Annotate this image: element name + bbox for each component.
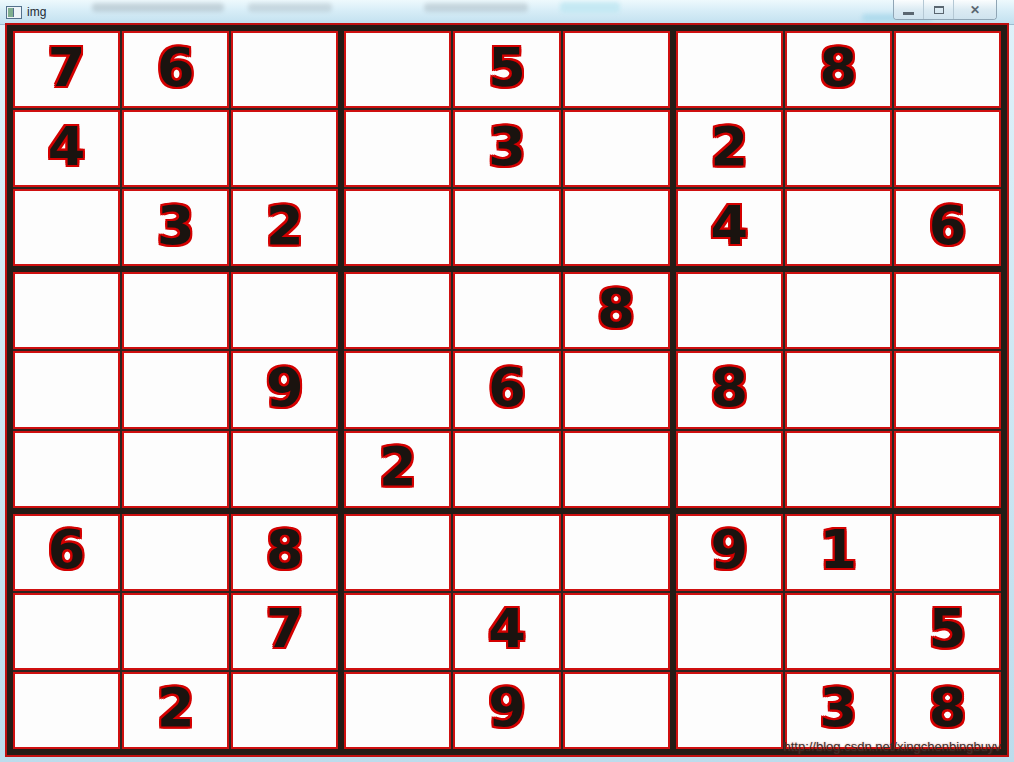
cell-r3c7: 4 <box>676 189 783 266</box>
cell-r4c5 <box>453 272 560 349</box>
background-blur-artifact <box>424 3 528 12</box>
cell-r8c7 <box>676 593 783 670</box>
maximize-icon <box>934 6 944 14</box>
image-viewport: 764325382469862868724991538 http://blog.… <box>7 25 1007 755</box>
cell-r7c5 <box>453 514 560 591</box>
cell-r2c2 <box>122 110 229 187</box>
cell-r5c4 <box>344 351 451 428</box>
cell-r4c4 <box>344 272 451 349</box>
cell-r6c9 <box>894 431 1001 508</box>
sudoku-box-4: 9 <box>13 272 338 507</box>
cell-r6c8 <box>785 431 892 508</box>
cell-r9c8: 3 <box>785 672 892 749</box>
cell-r2c9 <box>894 110 1001 187</box>
cell-r6c1 <box>13 431 120 508</box>
maximize-button[interactable] <box>924 0 954 19</box>
cell-r9c1 <box>13 672 120 749</box>
sudoku-box-2: 53 <box>344 31 669 266</box>
cell-r6c6 <box>563 431 670 508</box>
cell-r1c9 <box>894 31 1001 108</box>
cell-r6c7 <box>676 431 783 508</box>
cell-r5c1 <box>13 351 120 428</box>
cell-r3c1 <box>13 189 120 266</box>
cell-r2c1: 4 <box>13 110 120 187</box>
minimize-button[interactable] <box>894 0 924 19</box>
cell-r3c2: 3 <box>122 189 229 266</box>
cell-r9c6 <box>563 672 670 749</box>
cell-r7c4 <box>344 514 451 591</box>
cell-r6c3 <box>231 431 338 508</box>
cell-r2c8 <box>785 110 892 187</box>
cell-r5c9 <box>894 351 1001 428</box>
cell-r3c3: 2 <box>231 189 338 266</box>
sudoku-box-5: 862 <box>344 272 669 507</box>
background-blur-artifact <box>248 3 332 12</box>
cell-r7c7: 9 <box>676 514 783 591</box>
cell-r5c5: 6 <box>453 351 560 428</box>
background-blur-artifact <box>92 3 224 12</box>
sudoku-board: 764325382469862868724991538 <box>7 25 1007 755</box>
cell-r5c6 <box>563 351 670 428</box>
cell-r9c4 <box>344 672 451 749</box>
cell-r4c8 <box>785 272 892 349</box>
cell-r4c7 <box>676 272 783 349</box>
cell-r6c2 <box>122 431 229 508</box>
cell-r7c6 <box>563 514 670 591</box>
window-title: img <box>27 0 46 25</box>
minimize-icon <box>903 12 914 15</box>
cell-r3c5 <box>453 189 560 266</box>
cell-r7c3: 8 <box>231 514 338 591</box>
background-blur-artifact <box>560 2 620 13</box>
cell-r8c1 <box>13 593 120 670</box>
cell-r5c8 <box>785 351 892 428</box>
cell-r2c7: 2 <box>676 110 783 187</box>
cell-r7c2 <box>122 514 229 591</box>
cell-r1c4 <box>344 31 451 108</box>
cell-r4c2 <box>122 272 229 349</box>
cell-r9c7 <box>676 672 783 749</box>
cell-r8c5: 4 <box>453 593 560 670</box>
titlebar[interactable]: img ✕ <box>0 0 1014 25</box>
cell-r1c1: 7 <box>13 31 120 108</box>
cell-r4c9 <box>894 272 1001 349</box>
cell-r8c8 <box>785 593 892 670</box>
cell-r3c9: 6 <box>894 189 1001 266</box>
cell-r4c3 <box>231 272 338 349</box>
cell-r1c5: 5 <box>453 31 560 108</box>
sudoku-box-6: 8 <box>676 272 1001 507</box>
cell-r2c3 <box>231 110 338 187</box>
cell-r9c2: 2 <box>122 672 229 749</box>
cell-r7c9 <box>894 514 1001 591</box>
cell-r2c5: 3 <box>453 110 560 187</box>
cell-r6c5 <box>453 431 560 508</box>
watermark-url: http://blog.csdn.net/xingchenbingbuyv <box>783 739 1001 754</box>
cell-r1c7 <box>676 31 783 108</box>
sudoku-box-9: 91538 <box>676 514 1001 749</box>
cell-r5c7: 8 <box>676 351 783 428</box>
cell-r4c1 <box>13 272 120 349</box>
cell-r5c2 <box>122 351 229 428</box>
cell-r7c1: 6 <box>13 514 120 591</box>
cell-r8c3: 7 <box>231 593 338 670</box>
app-icon <box>6 6 22 19</box>
sudoku-box-3: 8246 <box>676 31 1001 266</box>
sudoku-box-1: 76432 <box>13 31 338 266</box>
cell-r6c4: 2 <box>344 431 451 508</box>
window-controls: ✕ <box>893 0 997 20</box>
cell-r8c6 <box>563 593 670 670</box>
cell-r9c3 <box>231 672 338 749</box>
cell-r4c6: 8 <box>563 272 670 349</box>
cell-r9c5: 9 <box>453 672 560 749</box>
cell-r1c8: 8 <box>785 31 892 108</box>
cell-r1c6 <box>563 31 670 108</box>
cell-r2c6 <box>563 110 670 187</box>
cell-r9c9: 8 <box>894 672 1001 749</box>
cell-r3c8 <box>785 189 892 266</box>
app-window: img ✕ 764325382469862868724991538 http:/… <box>0 0 1014 762</box>
cell-r5c3: 9 <box>231 351 338 428</box>
cell-r2c4 <box>344 110 451 187</box>
close-button[interactable]: ✕ <box>954 0 996 19</box>
sudoku-box-8: 49 <box>344 514 669 749</box>
cell-r1c3 <box>231 31 338 108</box>
cell-r7c8: 1 <box>785 514 892 591</box>
cell-r3c4 <box>344 189 451 266</box>
sudoku-box-7: 6872 <box>13 514 338 749</box>
cell-r8c4 <box>344 593 451 670</box>
close-icon: ✕ <box>970 4 980 16</box>
cell-r8c9: 5 <box>894 593 1001 670</box>
cell-r3c6 <box>563 189 670 266</box>
cell-r1c2: 6 <box>122 31 229 108</box>
cell-r8c2 <box>122 593 229 670</box>
